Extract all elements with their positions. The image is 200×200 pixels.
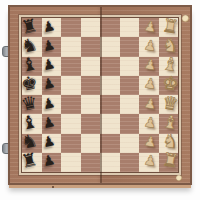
- square-f2: ♟: [139, 57, 159, 76]
- square-b4: [100, 134, 120, 153]
- piece-white-pawn: ♟: [144, 18, 159, 34]
- piece-black-pawn: ♟: [41, 56, 56, 72]
- square-f3: [120, 57, 140, 76]
- square-h3: [120, 18, 140, 37]
- square-b5: [81, 134, 101, 153]
- photo-background: ♜♟♟♜♞♟♟♞♝♟♟♝♚♟♟♚♛♟♟♛♝♟♟♝♞♟♟♞♜♟♟♜: [0, 0, 200, 200]
- square-c7: ♟: [42, 114, 62, 133]
- square-b6: [61, 134, 81, 153]
- piece-black-pawn: ♟: [41, 114, 56, 130]
- square-h4: [100, 18, 120, 37]
- square-d5: [81, 95, 101, 114]
- square-g7: ♟: [42, 37, 62, 56]
- square-d4: [100, 95, 120, 114]
- square-c2: ♟: [139, 114, 159, 133]
- square-g2: ♟: [139, 37, 159, 56]
- square-e4: [100, 76, 120, 95]
- square-e5: [81, 76, 101, 95]
- piece-black-pawn: ♟: [41, 37, 56, 53]
- square-a5: [81, 153, 101, 172]
- piece-black-rook: ♜: [19, 150, 39, 171]
- square-c3: [120, 114, 140, 133]
- square-b7: ♟: [42, 134, 62, 153]
- square-b3: [120, 134, 140, 153]
- piece-black-pawn: ♟: [41, 95, 56, 111]
- square-e3: [120, 76, 140, 95]
- square-g5: [81, 37, 101, 56]
- square-g3: [120, 37, 140, 56]
- piece-black-pawn: ♟: [41, 133, 56, 149]
- square-h5: [81, 18, 101, 37]
- square-f4: [100, 57, 120, 76]
- square-d7: ♟: [42, 95, 62, 114]
- square-a3: [120, 153, 140, 172]
- square-a8: ♜: [22, 153, 42, 172]
- piece-white-pawn: ♟: [144, 56, 159, 72]
- piece-black-pawn: ♟: [41, 18, 56, 34]
- square-a4: [100, 153, 120, 172]
- square-c4: [100, 114, 120, 133]
- piece-black-pawn: ♟: [41, 153, 56, 169]
- square-f7: ♟: [42, 57, 62, 76]
- nail-icon: [52, 186, 54, 188]
- square-d3: [120, 95, 140, 114]
- square-h7: ♟: [42, 18, 62, 37]
- chess-board: ♜♟♟♜♞♟♟♞♝♟♟♝♚♟♟♚♛♟♟♛♝♟♟♝♞♟♟♞♜♟♟♜: [8, 5, 192, 185]
- square-e2: ♟: [139, 76, 159, 95]
- piece-white-pawn: ♟: [144, 153, 159, 169]
- square-a1: ♜: [159, 153, 179, 172]
- piece-white-pawn: ♟: [144, 37, 159, 53]
- square-e6: [61, 76, 81, 95]
- clasp-pin-icon: [176, 175, 182, 181]
- square-g4: [100, 37, 120, 56]
- piece-white-pawn: ♟: [144, 114, 159, 130]
- piece-white-pawn: ♟: [144, 133, 159, 149]
- square-a2: ♟: [139, 153, 159, 172]
- square-a6: [61, 153, 81, 172]
- square-c6: [61, 114, 81, 133]
- square-a7: ♟: [42, 153, 62, 172]
- piece-white-rook: ♜: [161, 150, 180, 170]
- square-h6: [61, 18, 81, 37]
- square-g6: [61, 37, 81, 56]
- square-e7: ♟: [42, 76, 62, 95]
- clasp-pin-icon: [182, 15, 189, 22]
- piece-white-pawn: ♟: [144, 76, 159, 92]
- piece-white-pawn: ♟: [144, 95, 159, 111]
- square-f6: [61, 57, 81, 76]
- square-d2: ♟: [139, 95, 159, 114]
- fold-seam: [100, 7, 102, 183]
- square-h2: ♟: [139, 18, 159, 37]
- piece-black-pawn: ♟: [41, 76, 56, 92]
- square-f5: [81, 57, 101, 76]
- square-c5: [81, 114, 101, 133]
- square-d6: [61, 95, 81, 114]
- square-b2: ♟: [139, 134, 159, 153]
